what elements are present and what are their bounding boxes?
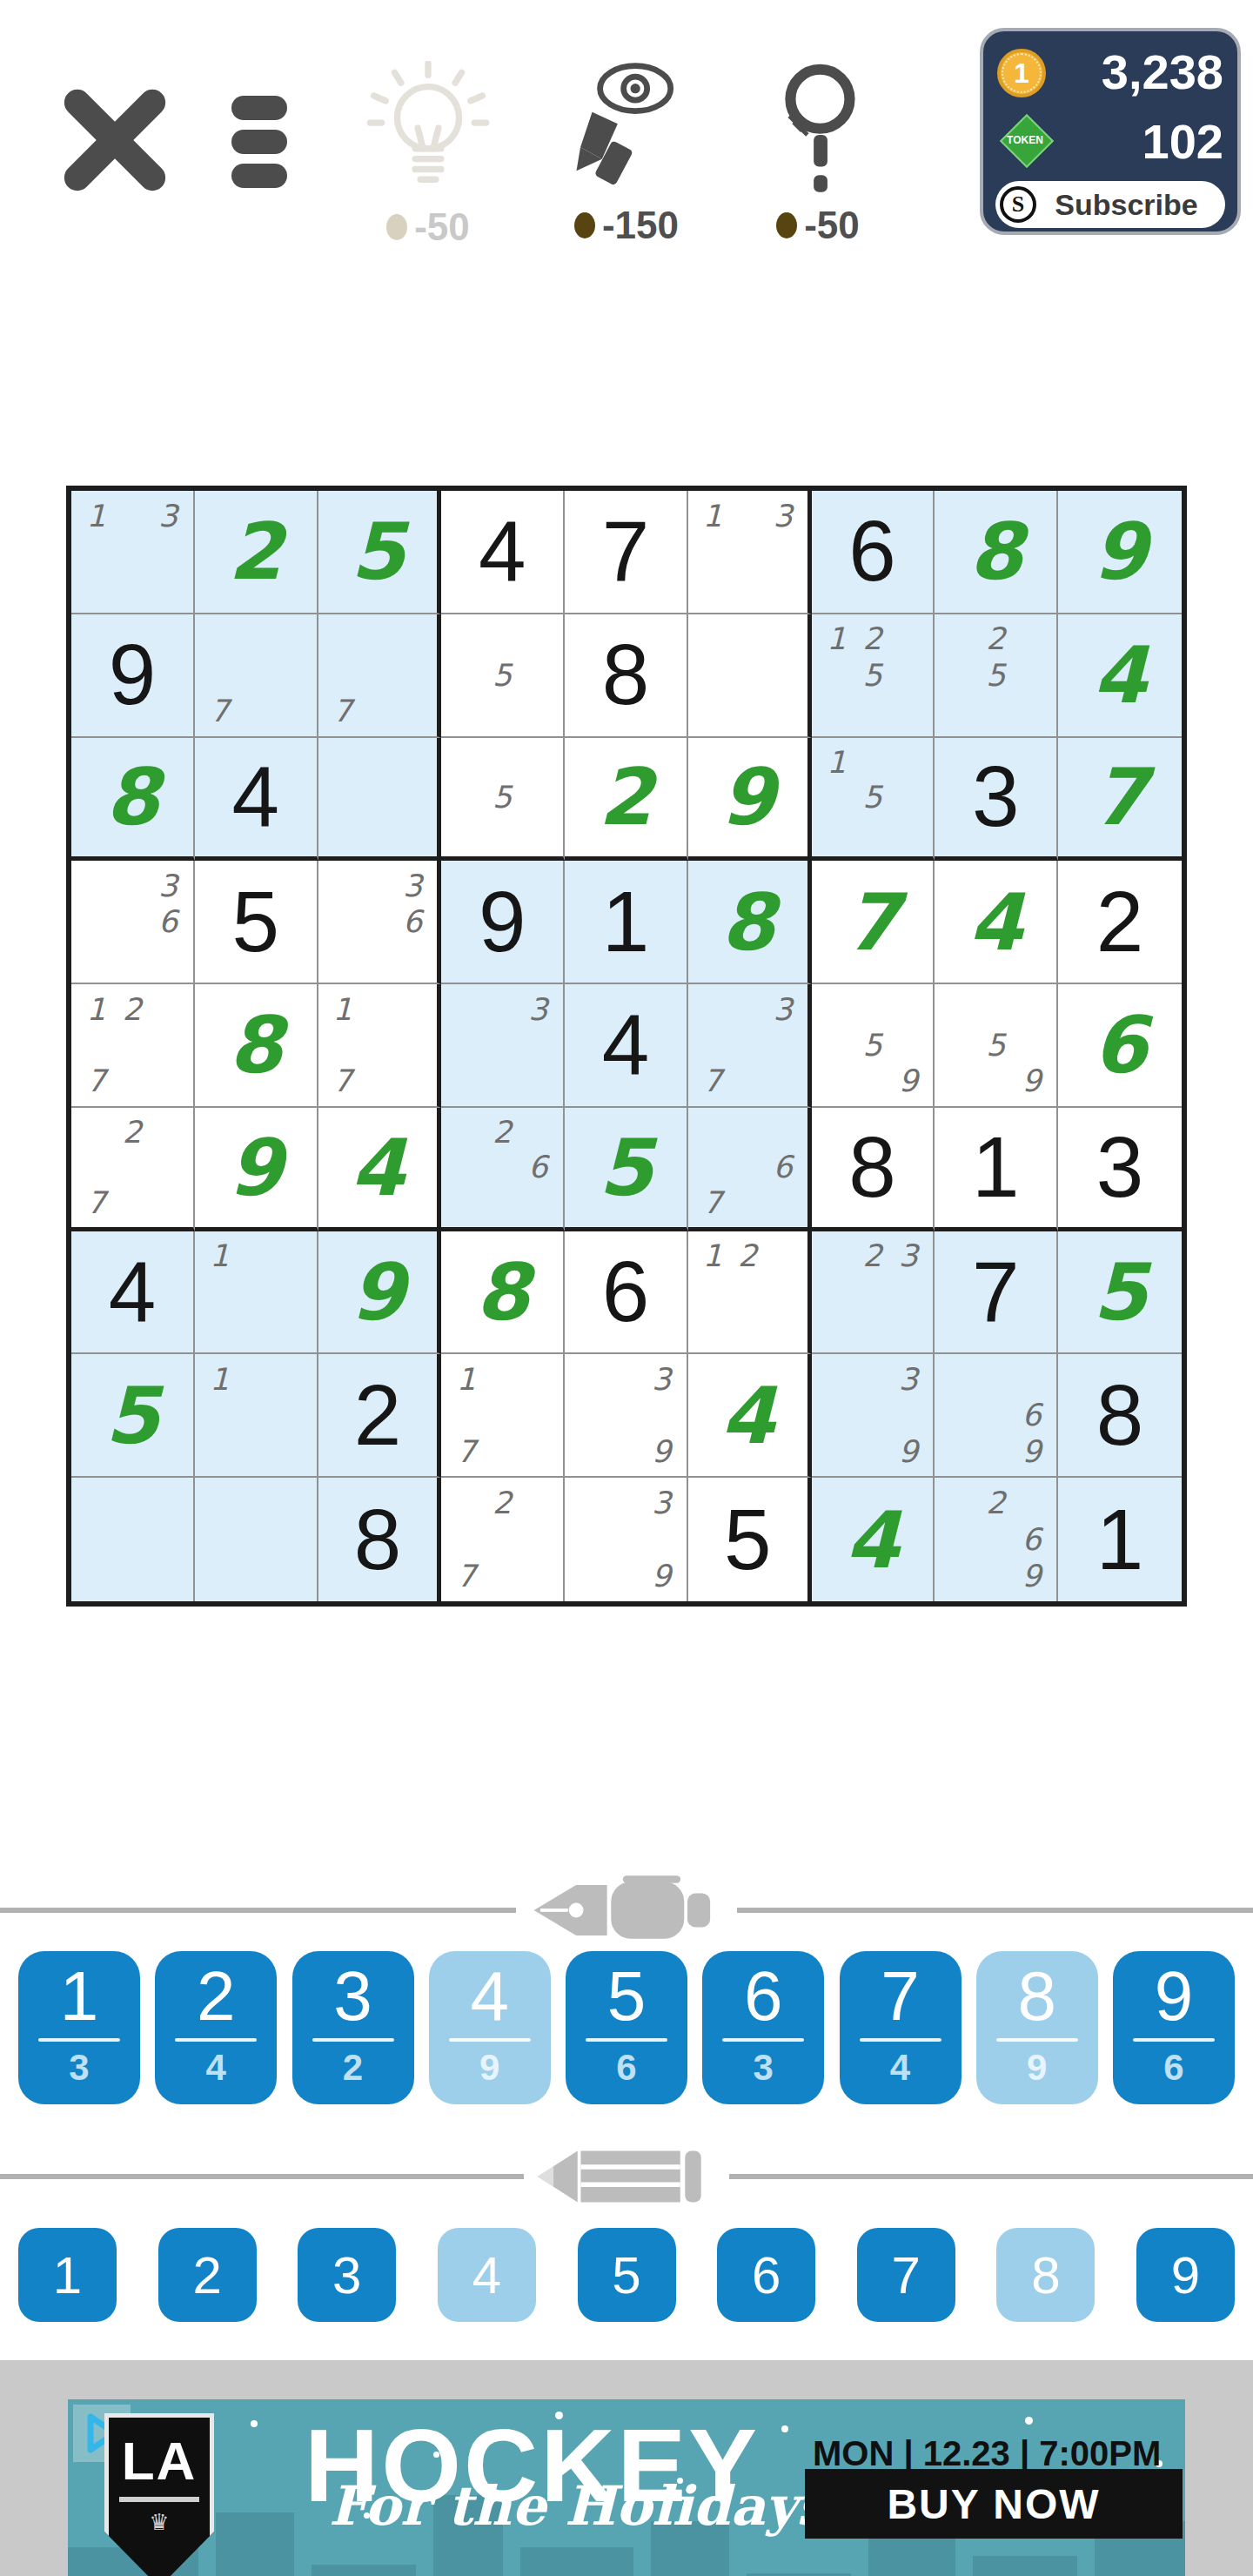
cell-r7c9[interactable]: 5 — [1058, 1231, 1182, 1355]
pen-number-pad: 132432495663748996 — [18, 1951, 1235, 2104]
cell-r3c9[interactable]: 7 — [1058, 738, 1182, 862]
user-digit: 9 — [351, 1246, 405, 1338]
cell-r8c9[interactable]: 8 — [1058, 1354, 1182, 1478]
cell-r4c5[interactable]: 1 — [565, 861, 688, 984]
cell-r4c9[interactable]: 2 — [1058, 861, 1182, 984]
pencil-marks: 7 — [325, 621, 431, 729]
user-digit: 2 — [228, 506, 283, 597]
pencil-key-7[interactable]: 7 — [857, 2228, 955, 2322]
pencil-marks: 5 — [448, 621, 556, 729]
cell-r5c4[interactable]: 3 — [441, 984, 565, 1108]
given-digit: 8 — [848, 1118, 896, 1217]
pen-key-9[interactable]: 96 — [1113, 1951, 1235, 2104]
pen-key-count: 6 — [616, 2047, 636, 2089]
pencil-marks: 17 — [325, 991, 431, 1099]
user-digit: 8 — [968, 506, 1023, 597]
cell-r3c1[interactable]: 8 — [71, 738, 195, 862]
pen-key-digit: 2 — [197, 1958, 236, 2035]
given-digit: 6 — [848, 502, 896, 600]
pen-key-count: 3 — [754, 2047, 774, 2089]
pen-key-count: 9 — [1027, 2047, 1047, 2089]
given-digit: 4 — [109, 1243, 157, 1341]
cell-r2c1[interactable]: 9 — [71, 614, 195, 738]
wallet-panel[interactable]: 1 3,238 TOKEN 102 S Subscribe — [980, 28, 1241, 235]
pencil-marks: 3 — [448, 991, 556, 1099]
cell-r6c6[interactable]: 67 — [688, 1108, 812, 1231]
buy-now-button[interactable]: BUY NOW — [805, 2469, 1183, 2539]
cell-r5c9[interactable]: 6 — [1058, 984, 1182, 1108]
cell-r3c6[interactable]: 9 — [688, 738, 812, 862]
cell-r4c2[interactable]: 5 — [195, 861, 318, 984]
user-digit: 4 — [351, 1122, 405, 1213]
cell-r8c7[interactable]: 39 — [812, 1354, 935, 1478]
cell-r6c8[interactable]: 1 — [935, 1108, 1058, 1231]
cell-r3c4[interactable]: 5 — [441, 738, 565, 862]
pen-key-digit: 3 — [333, 1958, 372, 2035]
given-digit: 4 — [602, 996, 650, 1094]
user-digit: 6 — [1093, 999, 1148, 1090]
cell-r5c6[interactable]: 37 — [688, 984, 812, 1108]
pencil-marks: 1 — [202, 1238, 310, 1346]
cell-r9c5[interactable]: 39 — [565, 1478, 688, 1601]
pencil-key-3[interactable]: 3 — [298, 2228, 396, 2322]
user-digit: 8 — [720, 876, 775, 968]
pen-key-1[interactable]: 13 — [18, 1951, 140, 2104]
cell-r3c2[interactable]: 4 — [195, 738, 318, 862]
key-underline — [449, 2038, 531, 2042]
pen-key-count: 4 — [206, 2047, 226, 2089]
pencil-marks: 59 — [819, 991, 927, 1099]
cell-r2c7[interactable]: 125 — [812, 614, 935, 738]
key-underline — [38, 2038, 120, 2042]
cell-r6c2[interactable]: 9 — [195, 1108, 318, 1231]
pen-key-count: 9 — [479, 2047, 499, 2089]
cell-r4c6[interactable]: 8 — [688, 861, 812, 984]
pencil-marks: 1 — [202, 1361, 310, 1469]
cell-r7c7[interactable]: 23 — [812, 1231, 935, 1355]
pencil-marks: 36 — [325, 868, 431, 976]
subscribe-button[interactable]: S Subscribe — [995, 181, 1225, 228]
pencil-marks: 13 — [695, 498, 801, 606]
pen-key-4[interactable]: 49 — [429, 1951, 551, 2104]
pencil-marks: 67 — [695, 1115, 801, 1220]
given-digit: 5 — [724, 1491, 772, 1589]
pencil-key-1[interactable]: 1 — [18, 2228, 117, 2322]
user-digit: 9 — [228, 1122, 283, 1213]
cell-r9c3[interactable]: 8 — [318, 1478, 442, 1601]
pen-key-digit: 6 — [744, 1958, 783, 2035]
cell-r1c7[interactable]: 6 — [812, 491, 935, 614]
cell-r3c3[interactable] — [318, 738, 442, 862]
pencil-marks: 127 — [78, 991, 186, 1099]
pencil-marks: 15 — [819, 745, 927, 850]
pen-key-count: 2 — [343, 2047, 363, 2089]
cell-r8c2[interactable]: 1 — [195, 1354, 318, 1478]
coin-dot-icon — [574, 212, 595, 238]
user-digit: 9 — [1093, 506, 1148, 597]
user-digit: 4 — [720, 1370, 775, 1461]
cell-r4c8[interactable]: 4 — [935, 861, 1058, 984]
sudoku-board: 1325471368997758125254845291537365369187… — [66, 486, 1187, 1607]
pen-key-8[interactable]: 89 — [976, 1951, 1098, 2104]
subscribe-logo-icon: S — [1000, 186, 1036, 223]
cell-r5c8[interactable]: 59 — [935, 984, 1058, 1108]
pen-key-count: 4 — [890, 2047, 910, 2089]
cell-r5c3[interactable]: 17 — [318, 984, 442, 1108]
given-digit: 1 — [602, 873, 650, 971]
cell-r7c6[interactable]: 12 — [688, 1231, 812, 1355]
cell-r8c1[interactable]: 5 — [71, 1354, 195, 1478]
pen-key-count: 6 — [1163, 2047, 1183, 2089]
pencil-key-4[interactable]: 4 — [438, 2228, 536, 2322]
coin-dot-icon — [776, 212, 797, 238]
cell-r5c1[interactable]: 127 — [71, 984, 195, 1108]
cell-r3c5[interactable]: 2 — [565, 738, 688, 862]
cell-r4c3[interactable]: 36 — [318, 861, 442, 984]
coin-balance: 3,238 — [1102, 44, 1223, 100]
user-digit: 4 — [1093, 629, 1148, 721]
cell-r8c5[interactable]: 39 — [565, 1354, 688, 1478]
key-underline — [996, 2038, 1078, 2042]
cell-r7c4[interactable]: 8 — [441, 1231, 565, 1355]
cell-r5c2[interactable]: 8 — [195, 984, 318, 1108]
user-digit: 8 — [228, 999, 283, 1090]
cell-r1c6[interactable]: 13 — [688, 491, 812, 614]
key-underline — [1133, 2038, 1215, 2042]
ad-banner[interactable]: LA ♛ HOCKEY For the Holidays MON | 12.23… — [68, 2399, 1185, 2576]
pencil-marks: 59 — [941, 991, 1049, 1099]
cell-r9c8[interactable]: 269 — [935, 1478, 1058, 1601]
cell-r2c2[interactable]: 7 — [195, 614, 318, 738]
key-underline — [312, 2038, 394, 2042]
user-digit: 8 — [105, 751, 160, 842]
key-underline — [175, 2038, 257, 2042]
cell-r1c1[interactable]: 13 — [71, 491, 195, 614]
cell-r1c3[interactable]: 5 — [318, 491, 442, 614]
close-button[interactable] — [49, 75, 181, 205]
cell-r2c6[interactable] — [688, 614, 812, 738]
cell-r5c5[interactable]: 4 — [565, 984, 688, 1108]
user-digit: 5 — [1093, 1246, 1148, 1338]
coin-icon: 1 — [997, 49, 1046, 97]
pencil-marks: 39 — [819, 1361, 927, 1469]
pencil-marks: 5 — [448, 745, 556, 850]
cell-r1c9[interactable]: 9 — [1058, 491, 1182, 614]
cell-r6c1[interactable]: 27 — [71, 1108, 195, 1231]
hint-cost: -50 — [414, 205, 470, 249]
cell-r3c8[interactable]: 3 — [935, 738, 1058, 862]
pencil-marks: 37 — [695, 991, 801, 1099]
key-underline — [860, 2038, 941, 2042]
cell-r2c9[interactable]: 4 — [1058, 614, 1182, 738]
cell-r2c8[interactable]: 25 — [935, 614, 1058, 738]
pencil-marks: 27 — [448, 1485, 556, 1594]
pencil-marks: 36 — [78, 868, 186, 976]
cell-r8c4[interactable]: 17 — [441, 1354, 565, 1478]
cell-r7c5[interactable]: 6 — [565, 1231, 688, 1355]
cell-r8c3[interactable]: 2 — [318, 1354, 442, 1478]
given-digit: 7 — [972, 1243, 1020, 1341]
pen-key-count: 3 — [69, 2047, 89, 2089]
cell-r6c9[interactable]: 3 — [1058, 1108, 1182, 1231]
given-digit: 4 — [479, 502, 526, 600]
pencil-marks: 12 — [695, 1238, 801, 1346]
pen-key-digit: 4 — [471, 1958, 510, 2035]
pencil-marks: 269 — [941, 1485, 1049, 1594]
pencil-key-6[interactable]: 6 — [717, 2228, 815, 2322]
pen-key-7[interactable]: 74 — [840, 1951, 962, 2104]
cell-r6c5[interactable]: 5 — [565, 1108, 688, 1231]
given-digit: 6 — [602, 1243, 650, 1341]
user-digit: 2 — [599, 751, 653, 842]
key-underline — [722, 2038, 804, 2042]
cell-r5c7[interactable]: 59 — [812, 984, 935, 1108]
cell-r9c2[interactable] — [195, 1478, 318, 1601]
check-button[interactable]: -50 — [741, 61, 895, 247]
cell-r4c1[interactable]: 36 — [71, 861, 195, 984]
cell-r1c8[interactable]: 8 — [935, 491, 1058, 614]
user-digit: 7 — [1093, 751, 1148, 842]
cell-r7c8[interactable]: 7 — [935, 1231, 1058, 1355]
coin-dot-icon — [386, 214, 407, 240]
cell-r2c5[interactable]: 8 — [565, 614, 688, 738]
user-digit: 8 — [475, 1246, 530, 1338]
ad-schedule: MON | 12.23 | 7:00PM — [813, 2434, 1161, 2473]
cell-r7c1[interactable]: 4 — [71, 1231, 195, 1355]
pencil-marks: 23 — [819, 1238, 927, 1346]
cell-r9c7[interactable]: 4 — [812, 1478, 935, 1601]
cell-r2c4[interactable]: 5 — [441, 614, 565, 738]
pen-mode-icon — [516, 1874, 737, 1950]
pencil-marks: 7 — [202, 621, 310, 729]
cell-r9c9[interactable]: 1 — [1058, 1478, 1182, 1601]
given-digit: 3 — [972, 748, 1020, 846]
cell-r6c7[interactable]: 8 — [812, 1108, 935, 1231]
user-digit: 4 — [845, 1494, 900, 1586]
pen-key-digit: 7 — [881, 1958, 920, 2035]
cell-r1c5[interactable]: 7 — [565, 491, 688, 614]
reveal-cost: -150 — [602, 204, 679, 247]
cell-r7c2[interactable]: 1 — [195, 1231, 318, 1355]
pencil-mode-icon — [524, 2143, 729, 2213]
pencil-key-5[interactable]: 5 — [578, 2228, 676, 2322]
pencil-number-pad: 123456789 — [18, 2228, 1235, 2322]
pencil-marks: 69 — [941, 1361, 1049, 1469]
cell-r6c3[interactable]: 4 — [318, 1108, 442, 1231]
subscribe-label: Subscribe — [1036, 188, 1216, 222]
hint-button[interactable]: -50 — [352, 61, 505, 249]
pen-key-5[interactable]: 56 — [566, 1951, 687, 2104]
cell-r4c7[interactable]: 7 — [812, 861, 935, 984]
cell-r6c4[interactable]: 26 — [441, 1108, 565, 1231]
menu-button[interactable] — [231, 96, 287, 188]
pencil-marks: 13 — [78, 498, 186, 606]
pencil-key-8[interactable]: 8 — [996, 2228, 1095, 2322]
pencil-marks: 27 — [78, 1115, 186, 1220]
user-digit: 7 — [845, 876, 900, 968]
given-digit: 3 — [1096, 1118, 1144, 1217]
eye-pencil-icon — [573, 61, 680, 198]
cell-r3c7[interactable]: 15 — [812, 738, 935, 862]
pencil-marks: 26 — [448, 1115, 556, 1220]
pencil-marks: 39 — [572, 1485, 680, 1594]
pen-key-digit: 8 — [1018, 1958, 1057, 2035]
cell-r7c3[interactable]: 9 — [318, 1231, 442, 1355]
user-digit: 5 — [105, 1370, 160, 1461]
cell-r4c4[interactable]: 9 — [441, 861, 565, 984]
cell-r1c2[interactable]: 2 — [195, 491, 318, 614]
magnifier-icon — [770, 61, 866, 198]
check-cost: -50 — [804, 204, 860, 247]
cell-r8c8[interactable]: 69 — [935, 1354, 1058, 1478]
given-digit: 1 — [1096, 1491, 1144, 1589]
given-digit: 5 — [231, 873, 279, 971]
given-digit: 9 — [109, 626, 157, 724]
reveal-button[interactable]: -150 — [550, 61, 703, 247]
user-digit: 9 — [720, 751, 775, 842]
cell-r8c6[interactable]: 4 — [688, 1354, 812, 1478]
pencil-marks: 17 — [448, 1361, 556, 1469]
cell-r2c3[interactable]: 7 — [318, 614, 442, 738]
pencil-key-9[interactable]: 9 — [1136, 2228, 1235, 2322]
user-digit: 5 — [599, 1122, 653, 1213]
lightbulb-icon — [363, 61, 493, 200]
pen-key-3[interactable]: 32 — [292, 1951, 414, 2104]
user-digit: 5 — [351, 506, 405, 597]
cell-r1c4[interactable]: 4 — [441, 491, 565, 614]
given-digit: 2 — [1096, 873, 1144, 971]
given-digit: 8 — [602, 626, 650, 724]
pencil-marks: 25 — [941, 621, 1049, 729]
pen-key-digit: 1 — [60, 1958, 99, 2035]
user-digit: 4 — [968, 876, 1023, 968]
pencil-marks: 39 — [572, 1361, 680, 1469]
cell-r9c4[interactable]: 27 — [441, 1478, 565, 1601]
pencil-key-2[interactable]: 2 — [158, 2228, 257, 2322]
pen-key-digit: 5 — [607, 1958, 647, 2035]
given-digit: 1 — [972, 1118, 1020, 1217]
pen-key-2[interactable]: 24 — [155, 1951, 277, 2104]
ad-subheadline: For the Holidays — [329, 2474, 827, 2538]
key-underline — [586, 2038, 667, 2042]
pen-key-6[interactable]: 63 — [702, 1951, 824, 2104]
menu-icon — [231, 96, 287, 120]
token-balance: 102 — [1142, 113, 1223, 170]
given-digit: 4 — [231, 748, 279, 846]
given-digit: 2 — [354, 1366, 402, 1465]
sudoku-app-screen: -50 -150 -50 1 3,23 — [0, 0, 1253, 2576]
pencil-marks: 125 — [819, 621, 927, 729]
token-icon: TOKEN — [1002, 117, 1048, 162]
given-digit: 8 — [1096, 1366, 1144, 1465]
cell-r9c1[interactable] — [71, 1478, 195, 1601]
given-digit: 9 — [479, 873, 526, 971]
given-digit: 8 — [354, 1491, 402, 1589]
cell-r9c6[interactable]: 5 — [688, 1478, 812, 1601]
given-digit: 7 — [602, 502, 650, 600]
pen-key-digit: 9 — [1155, 1958, 1194, 2035]
